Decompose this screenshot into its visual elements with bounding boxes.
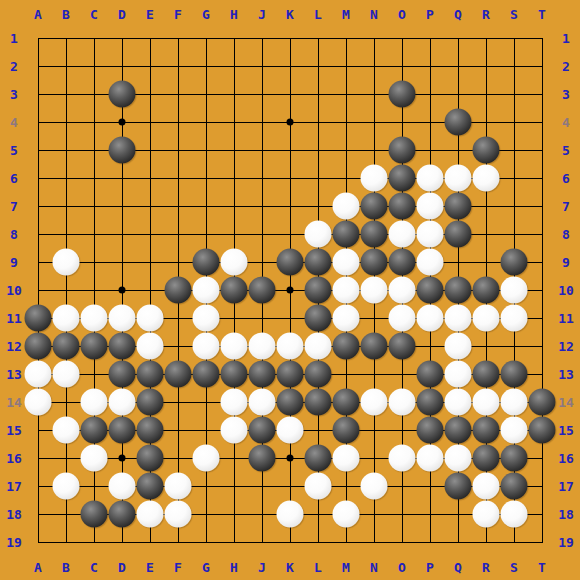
stone-black-H13[interactable] <box>221 361 248 388</box>
stone-white-Q13[interactable] <box>445 361 472 388</box>
col-label-top-E: E <box>146 8 154 21</box>
stone-white-K15[interactable] <box>277 417 304 444</box>
col-label-bottom-K: K <box>286 561 294 574</box>
col-label-top-C: C <box>90 8 98 21</box>
stone-white-K12[interactable] <box>277 333 304 360</box>
col-label-bottom-D: D <box>118 561 126 574</box>
row-label-right-12: 12 <box>558 340 574 353</box>
stone-black-G9[interactable] <box>193 249 220 276</box>
stone-black-Q7[interactable] <box>445 193 472 220</box>
row-label-left-13: 13 <box>6 368 22 381</box>
row-label-right-1: 1 <box>562 32 570 45</box>
stone-black-O9[interactable] <box>389 249 416 276</box>
stone-black-N8[interactable] <box>361 221 388 248</box>
stone-black-K13[interactable] <box>277 361 304 388</box>
stone-white-O14[interactable] <box>389 389 416 416</box>
row-label-left-5: 5 <box>10 144 18 157</box>
row-label-left-1: 1 <box>10 32 18 45</box>
stone-white-E12[interactable] <box>137 333 164 360</box>
stone-white-R6[interactable] <box>473 165 500 192</box>
stone-black-D12[interactable] <box>109 333 136 360</box>
col-label-top-Q: Q <box>454 8 462 21</box>
col-label-top-F: F <box>174 8 182 21</box>
col-label-bottom-Q: Q <box>454 561 462 574</box>
stone-black-S13[interactable] <box>501 361 528 388</box>
stone-black-D3[interactable] <box>109 81 136 108</box>
row-label-left-15: 15 <box>6 424 22 437</box>
col-label-top-L: L <box>314 8 322 21</box>
stone-white-J14[interactable] <box>249 389 276 416</box>
stone-black-L16[interactable] <box>305 445 332 472</box>
col-label-bottom-O: O <box>398 561 406 574</box>
stone-black-L13[interactable] <box>305 361 332 388</box>
row-label-right-16: 16 <box>558 452 574 465</box>
stone-white-H9[interactable] <box>221 249 248 276</box>
row-label-left-16: 16 <box>6 452 22 465</box>
col-label-bottom-F: F <box>174 561 182 574</box>
stone-black-S9[interactable] <box>501 249 528 276</box>
stone-white-P7[interactable] <box>417 193 444 220</box>
col-label-bottom-E: E <box>146 561 154 574</box>
stone-black-E15[interactable] <box>137 417 164 444</box>
row-label-left-2: 2 <box>10 60 18 73</box>
stone-white-G11[interactable] <box>193 305 220 332</box>
stone-black-A11[interactable] <box>25 305 52 332</box>
stone-white-M16[interactable] <box>333 445 360 472</box>
stone-white-S15[interactable] <box>501 417 528 444</box>
stone-black-B12[interactable] <box>53 333 80 360</box>
col-label-bottom-C: C <box>90 561 98 574</box>
col-label-top-A: A <box>34 8 42 21</box>
col-label-top-H: H <box>230 8 238 21</box>
hoshi-D4 <box>119 119 126 126</box>
stone-black-M12[interactable] <box>333 333 360 360</box>
row-label-right-5: 5 <box>562 144 570 157</box>
stone-white-Q16[interactable] <box>445 445 472 472</box>
stone-black-P10[interactable] <box>417 277 444 304</box>
stone-black-F10[interactable] <box>165 277 192 304</box>
row-label-left-14: 14 <box>6 396 22 409</box>
stone-white-B9[interactable] <box>53 249 80 276</box>
stone-white-S18[interactable] <box>501 501 528 528</box>
stone-black-E13[interactable] <box>137 361 164 388</box>
stone-white-S11[interactable] <box>501 305 528 332</box>
grid-line-h <box>38 542 543 543</box>
stone-black-O12[interactable] <box>389 333 416 360</box>
col-label-bottom-N: N <box>370 561 378 574</box>
col-label-top-O: O <box>398 8 406 21</box>
stone-black-H10[interactable] <box>221 277 248 304</box>
stone-black-L14[interactable] <box>305 389 332 416</box>
stone-white-G12[interactable] <box>193 333 220 360</box>
stone-black-K9[interactable] <box>277 249 304 276</box>
row-label-left-19: 19 <box>6 536 22 549</box>
stone-black-E16[interactable] <box>137 445 164 472</box>
stone-white-C11[interactable] <box>81 305 108 332</box>
col-label-top-J: J <box>258 8 266 21</box>
stone-black-Q10[interactable] <box>445 277 472 304</box>
stone-white-H12[interactable] <box>221 333 248 360</box>
stone-white-P9[interactable] <box>417 249 444 276</box>
stone-black-D18[interactable] <box>109 501 136 528</box>
go-board[interactable]: AABBCCDDEEFFGGHHJJKKLLMMNNOOPPQQRRSSTT11… <box>0 0 580 580</box>
stone-black-O3[interactable] <box>389 81 416 108</box>
stone-black-P14[interactable] <box>417 389 444 416</box>
col-label-bottom-L: L <box>314 561 322 574</box>
stone-black-N9[interactable] <box>361 249 388 276</box>
col-label-top-S: S <box>510 8 518 21</box>
col-label-top-N: N <box>370 8 378 21</box>
stone-white-E11[interactable] <box>137 305 164 332</box>
stone-black-J16[interactable] <box>249 445 276 472</box>
stone-white-F18[interactable] <box>165 501 192 528</box>
col-label-bottom-R: R <box>482 561 490 574</box>
row-label-right-8: 8 <box>562 228 570 241</box>
hoshi-D16 <box>119 455 126 462</box>
row-label-right-11: 11 <box>558 312 574 325</box>
row-label-left-9: 9 <box>10 256 18 269</box>
stone-black-M8[interactable] <box>333 221 360 248</box>
stone-white-A14[interactable] <box>25 389 52 416</box>
stone-white-J12[interactable] <box>249 333 276 360</box>
row-label-right-7: 7 <box>562 200 570 213</box>
stone-white-K18[interactable] <box>277 501 304 528</box>
stone-white-C16[interactable] <box>81 445 108 472</box>
stone-black-J15[interactable] <box>249 417 276 444</box>
stone-white-N6[interactable] <box>361 165 388 192</box>
stone-black-Q8[interactable] <box>445 221 472 248</box>
stone-white-M10[interactable] <box>333 277 360 304</box>
stone-white-N14[interactable] <box>361 389 388 416</box>
stone-white-O16[interactable] <box>389 445 416 472</box>
stone-white-O10[interactable] <box>389 277 416 304</box>
col-label-bottom-P: P <box>426 561 434 574</box>
stone-white-R18[interactable] <box>473 501 500 528</box>
stone-white-R14[interactable] <box>473 389 500 416</box>
stone-white-Q12[interactable] <box>445 333 472 360</box>
hoshi-K10 <box>287 287 294 294</box>
stone-white-L8[interactable] <box>305 221 332 248</box>
stone-white-F17[interactable] <box>165 473 192 500</box>
stone-black-Q4[interactable] <box>445 109 472 136</box>
stone-black-C12[interactable] <box>81 333 108 360</box>
stone-black-J13[interactable] <box>249 361 276 388</box>
row-label-right-19: 19 <box>558 536 574 549</box>
row-label-left-4: 4 <box>10 116 18 129</box>
row-label-right-17: 17 <box>558 480 574 493</box>
row-label-right-4: 4 <box>562 116 570 129</box>
col-label-bottom-M: M <box>342 561 350 574</box>
stone-white-D14[interactable] <box>109 389 136 416</box>
stone-black-D5[interactable] <box>109 137 136 164</box>
stone-white-S10[interactable] <box>501 277 528 304</box>
stone-black-O5[interactable] <box>389 137 416 164</box>
stone-black-O7[interactable] <box>389 193 416 220</box>
stone-white-D11[interactable] <box>109 305 136 332</box>
stone-white-O8[interactable] <box>389 221 416 248</box>
stone-black-R13[interactable] <box>473 361 500 388</box>
stone-white-R17[interactable] <box>473 473 500 500</box>
stone-white-S14[interactable] <box>501 389 528 416</box>
stone-white-L17[interactable] <box>305 473 332 500</box>
col-label-bottom-J: J <box>258 561 266 574</box>
row-label-left-12: 12 <box>6 340 22 353</box>
stone-white-B15[interactable] <box>53 417 80 444</box>
stone-white-A13[interactable] <box>25 361 52 388</box>
stone-black-C15[interactable] <box>81 417 108 444</box>
row-label-left-8: 8 <box>10 228 18 241</box>
stone-black-A12[interactable] <box>25 333 52 360</box>
col-label-top-D: D <box>118 8 126 21</box>
stone-black-D13[interactable] <box>109 361 136 388</box>
stone-black-E14[interactable] <box>137 389 164 416</box>
stone-black-D15[interactable] <box>109 417 136 444</box>
stone-white-B13[interactable] <box>53 361 80 388</box>
row-label-right-3: 3 <box>562 88 570 101</box>
row-label-right-15: 15 <box>558 424 574 437</box>
stone-black-L10[interactable] <box>305 277 332 304</box>
col-label-bottom-H: H <box>230 561 238 574</box>
stone-white-P6[interactable] <box>417 165 444 192</box>
stone-white-M11[interactable] <box>333 305 360 332</box>
stone-black-M15[interactable] <box>333 417 360 444</box>
stone-white-B11[interactable] <box>53 305 80 332</box>
stone-white-G10[interactable] <box>193 277 220 304</box>
stone-black-T15[interactable] <box>529 417 556 444</box>
row-label-right-9: 9 <box>562 256 570 269</box>
stone-white-R11[interactable] <box>473 305 500 332</box>
stone-white-H14[interactable] <box>221 389 248 416</box>
col-label-top-K: K <box>286 8 294 21</box>
row-label-right-13: 13 <box>558 368 574 381</box>
stone-white-Q14[interactable] <box>445 389 472 416</box>
stone-black-R5[interactable] <box>473 137 500 164</box>
stone-black-N7[interactable] <box>361 193 388 220</box>
col-label-top-G: G <box>202 8 210 21</box>
stone-white-L12[interactable] <box>305 333 332 360</box>
col-label-bottom-S: S <box>510 561 518 574</box>
grid-line-v <box>542 38 543 543</box>
stone-black-S17[interactable] <box>501 473 528 500</box>
col-label-top-R: R <box>482 8 490 21</box>
stone-white-B17[interactable] <box>53 473 80 500</box>
row-label-left-18: 18 <box>6 508 22 521</box>
stone-black-S16[interactable] <box>501 445 528 472</box>
stone-black-R15[interactable] <box>473 417 500 444</box>
stone-white-Q11[interactable] <box>445 305 472 332</box>
row-label-left-10: 10 <box>6 284 22 297</box>
stone-black-E17[interactable] <box>137 473 164 500</box>
row-label-left-6: 6 <box>10 172 18 185</box>
col-label-top-B: B <box>62 8 70 21</box>
stone-white-N10[interactable] <box>361 277 388 304</box>
stone-white-N17[interactable] <box>361 473 388 500</box>
stone-white-E18[interactable] <box>137 501 164 528</box>
stone-white-D17[interactable] <box>109 473 136 500</box>
col-label-top-P: P <box>426 8 434 21</box>
stone-white-G16[interactable] <box>193 445 220 472</box>
stone-white-M18[interactable] <box>333 501 360 528</box>
col-label-top-M: M <box>342 8 350 21</box>
hoshi-D10 <box>119 287 126 294</box>
hoshi-K4 <box>287 119 294 126</box>
row-label-right-14: 14 <box>558 396 574 409</box>
stone-black-R10[interactable] <box>473 277 500 304</box>
stone-black-N12[interactable] <box>361 333 388 360</box>
stone-black-K14[interactable] <box>277 389 304 416</box>
stone-white-M9[interactable] <box>333 249 360 276</box>
stone-black-P15[interactable] <box>417 417 444 444</box>
col-label-bottom-G: G <box>202 561 210 574</box>
stone-white-Q6[interactable] <box>445 165 472 192</box>
stone-black-O6[interactable] <box>389 165 416 192</box>
stone-white-P11[interactable] <box>417 305 444 332</box>
stone-black-R16[interactable] <box>473 445 500 472</box>
stone-black-M14[interactable] <box>333 389 360 416</box>
stone-black-Q17[interactable] <box>445 473 472 500</box>
stone-black-C18[interactable] <box>81 501 108 528</box>
stone-black-G13[interactable] <box>193 361 220 388</box>
hoshi-K16 <box>287 455 294 462</box>
row-label-left-17: 17 <box>6 480 22 493</box>
col-label-bottom-B: B <box>62 561 70 574</box>
row-label-left-11: 11 <box>6 312 22 325</box>
stone-black-L11[interactable] <box>305 305 332 332</box>
stone-white-O11[interactable] <box>389 305 416 332</box>
row-label-right-6: 6 <box>562 172 570 185</box>
stone-black-F13[interactable] <box>165 361 192 388</box>
row-label-right-18: 18 <box>558 508 574 521</box>
stone-white-H15[interactable] <box>221 417 248 444</box>
row-label-left-3: 3 <box>10 88 18 101</box>
stone-black-L9[interactable] <box>305 249 332 276</box>
stone-black-J10[interactable] <box>249 277 276 304</box>
stone-black-T14[interactable] <box>529 389 556 416</box>
row-label-left-7: 7 <box>10 200 18 213</box>
row-label-right-2: 2 <box>562 60 570 73</box>
stone-black-P13[interactable] <box>417 361 444 388</box>
stone-white-M7[interactable] <box>333 193 360 220</box>
stone-white-P16[interactable] <box>417 445 444 472</box>
col-label-bottom-A: A <box>34 561 42 574</box>
col-label-bottom-T: T <box>538 561 546 574</box>
stone-white-C14[interactable] <box>81 389 108 416</box>
stone-white-P8[interactable] <box>417 221 444 248</box>
stone-black-Q15[interactable] <box>445 417 472 444</box>
row-label-right-10: 10 <box>558 284 574 297</box>
col-label-top-T: T <box>538 8 546 21</box>
